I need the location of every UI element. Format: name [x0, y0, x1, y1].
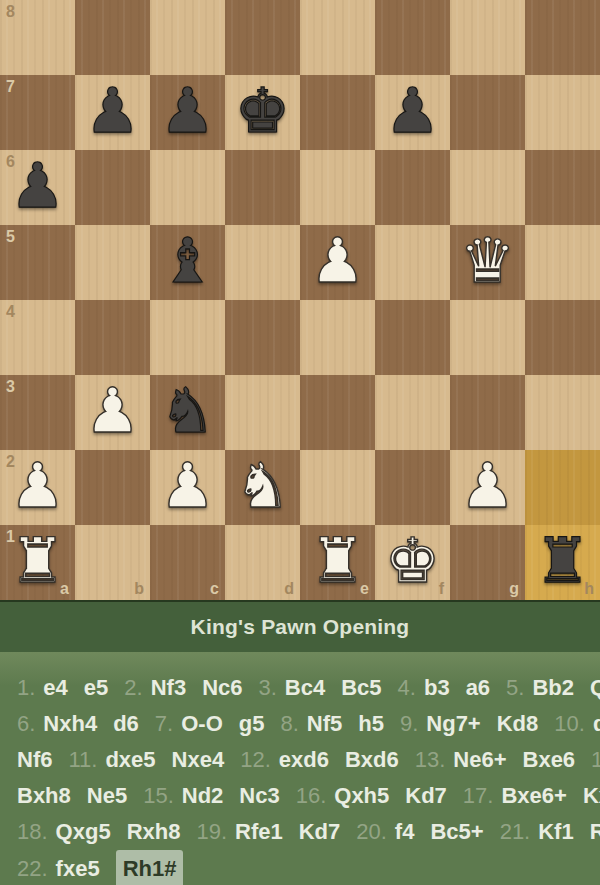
move-number: 16.: [296, 778, 327, 814]
move[interactable]: b3: [424, 670, 450, 706]
square-a3[interactable]: 3: [0, 375, 75, 450]
black-king-d7[interactable]: ♚: [225, 73, 300, 148]
move[interactable]: Ng7+: [426, 706, 480, 742]
square-c4[interactable]: [150, 300, 225, 375]
square-c8[interactable]: [150, 0, 225, 75]
move[interactable]: Nf3: [151, 670, 186, 706]
move[interactable]: g5: [239, 706, 265, 742]
move[interactable]: exd6: [279, 742, 329, 778]
square-a1[interactable]: 1a♜: [0, 525, 75, 600]
rank-label-3: 3: [6, 379, 15, 395]
square-e8[interactable]: [300, 0, 375, 75]
square-b3[interactable]: ♟: [75, 375, 150, 450]
square-d8[interactable]: [225, 0, 300, 75]
white-queen-g5[interactable]: ♛: [450, 223, 525, 298]
move-number: 15.: [143, 778, 174, 814]
white-king-f1[interactable]: ♚: [375, 523, 450, 598]
square-d4[interactable]: [225, 300, 300, 375]
square-a6[interactable]: 6♟: [0, 150, 75, 225]
move[interactable]: e5: [84, 670, 108, 706]
opening-name-bar: King's Pawn Opening: [0, 600, 600, 652]
move[interactable]: Bxe6+: [501, 778, 566, 814]
square-d6[interactable]: [225, 150, 300, 225]
move-line: 1.e4e52.Nf3Nc63.Bc4Bc54.b3a65.Bb2Qh4: [17, 670, 584, 706]
move-number: 1.: [17, 670, 35, 706]
move[interactable]: Rfe1: [235, 814, 283, 850]
rank-label-5: 5: [6, 229, 15, 245]
move-number: 17.: [463, 778, 494, 814]
square-f4[interactable]: [375, 300, 450, 375]
square-a2[interactable]: 2♟: [0, 450, 75, 525]
move[interactable]: Bb2: [532, 670, 574, 706]
file-label-c: c: [210, 581, 219, 597]
white-rook-e1[interactable]: ♜: [300, 523, 375, 598]
move[interactable]: e4: [43, 670, 67, 706]
move-number: 12.: [240, 742, 271, 778]
move[interactable]: Ne5: [87, 778, 127, 814]
move-line: Bxh8Ne515.Nd2Nc316.Qxh5Kd717.Bxe6+Kxe6: [17, 778, 584, 814]
square-b7[interactable]: ♟: [75, 75, 150, 150]
move[interactable]: O-O: [181, 706, 223, 742]
move[interactable]: Nxe4: [172, 742, 225, 778]
move-number: 6.: [17, 706, 35, 742]
move-current[interactable]: Rh1#: [116, 850, 184, 885]
move-number: 21.: [500, 814, 531, 850]
move[interactable]: f4: [395, 814, 415, 850]
move[interactable]: Nc3: [239, 778, 279, 814]
black-pawn-f7[interactable]: ♟: [375, 73, 450, 148]
move[interactable]: Nf6: [17, 742, 52, 778]
square-f3[interactable]: [375, 375, 450, 450]
square-e1[interactable]: e♜: [300, 525, 375, 600]
move[interactable]: dxe5: [105, 742, 155, 778]
square-f2[interactable]: [375, 450, 450, 525]
square-g8[interactable]: [450, 0, 525, 75]
square-b2[interactable]: [75, 450, 150, 525]
move[interactable]: Nc6: [202, 670, 242, 706]
move-number: 7.: [155, 706, 173, 742]
white-rook-a1[interactable]: ♜: [0, 523, 75, 598]
square-h6[interactable]: [525, 150, 600, 225]
move-line: Nf611.dxe5Nxe412.exd6Bxd613.Ne6+Bxe614.: [17, 742, 584, 778]
square-e2[interactable]: [300, 450, 375, 525]
white-pawn-g2[interactable]: ♟: [450, 448, 525, 523]
square-d1[interactable]: d: [225, 525, 300, 600]
square-f1[interactable]: f♚: [375, 525, 450, 600]
file-label-b: b: [134, 581, 144, 597]
white-pawn-c2[interactable]: ♟: [150, 448, 225, 523]
move[interactable]: Rxh2: [590, 814, 600, 850]
square-d3[interactable]: [225, 375, 300, 450]
square-f5[interactable]: [375, 225, 450, 300]
square-h4[interactable]: [525, 300, 600, 375]
move-line: 18.Qxg5Rxh819.Rfe1Kd720.f4Bc5+21.Kf1Rxh2: [17, 814, 584, 850]
black-pawn-a6[interactable]: ♟: [0, 148, 75, 223]
square-e4[interactable]: [300, 300, 375, 375]
move-number: 5.: [506, 670, 524, 706]
square-a8[interactable]: 8: [0, 0, 75, 75]
move-number: 19.: [196, 814, 227, 850]
file-label-d: d: [284, 581, 294, 597]
move[interactable]: Ne6+: [453, 742, 506, 778]
black-rook-h1[interactable]: ♜: [525, 523, 600, 598]
square-g7[interactable]: [450, 75, 525, 150]
move[interactable]: d4: [593, 706, 600, 742]
square-g2[interactable]: ♟: [450, 450, 525, 525]
square-g6[interactable]: [450, 150, 525, 225]
white-pawn-a2[interactable]: ♟: [0, 448, 75, 523]
chess-board: 87♟♟♚♟6♟5♝♟♛43♟♞2♟♟♞♟1a♜bcde♜f♚gh♜: [0, 0, 600, 600]
move-number: 10.: [554, 706, 585, 742]
square-c2[interactable]: ♟: [150, 450, 225, 525]
square-h2[interactable]: [525, 450, 600, 525]
rank-label-8: 8: [6, 4, 15, 20]
move[interactable]: Qh4: [590, 670, 600, 706]
white-knight-d2[interactable]: ♞: [225, 448, 300, 523]
square-c1[interactable]: c: [150, 525, 225, 600]
square-c6[interactable]: [150, 150, 225, 225]
move[interactable]: Qxg5: [56, 814, 111, 850]
move-number: 11.: [68, 742, 97, 778]
move[interactable]: Rxh8: [127, 814, 181, 850]
move-number: 3.: [259, 670, 277, 706]
square-h3[interactable]: [525, 375, 600, 450]
move[interactable]: Bc5+: [430, 814, 483, 850]
rank-label-7: 7: [6, 79, 15, 95]
move[interactable]: Kd7: [405, 778, 447, 814]
square-b4[interactable]: [75, 300, 150, 375]
move[interactable]: Nxh4: [43, 706, 97, 742]
square-h5[interactable]: [525, 225, 600, 300]
move[interactable]: h5: [358, 706, 384, 742]
square-f7[interactable]: ♟: [375, 75, 450, 150]
square-b5[interactable]: [75, 225, 150, 300]
move[interactable]: Kd8: [497, 706, 539, 742]
move[interactable]: Bxh8: [17, 778, 71, 814]
move[interactable]: a6: [466, 670, 490, 706]
move-list: 1.e4e52.Nf3Nc63.Bc4Bc54.b3a65.Bb2Qh46.Nx…: [0, 652, 600, 883]
move[interactable]: Bc4: [285, 670, 325, 706]
square-h8[interactable]: [525, 0, 600, 75]
square-g4[interactable]: [450, 300, 525, 375]
move-number: 2.: [124, 670, 142, 706]
move-number: 22.: [17, 851, 48, 885]
black-pawn-c7[interactable]: ♟: [150, 73, 225, 148]
move[interactable]: Nd2: [182, 778, 224, 814]
square-g1[interactable]: g: [450, 525, 525, 600]
square-h7[interactable]: [525, 75, 600, 150]
square-d7[interactable]: ♚: [225, 75, 300, 150]
square-e3[interactable]: [300, 375, 375, 450]
square-h1[interactable]: h♜: [525, 525, 600, 600]
square-f8[interactable]: [375, 0, 450, 75]
white-pawn-e5[interactable]: ♟: [300, 223, 375, 298]
square-c7[interactable]: ♟: [150, 75, 225, 150]
square-c3[interactable]: ♞: [150, 375, 225, 450]
file-label-g: g: [509, 581, 519, 597]
move-number: 13.: [415, 742, 446, 778]
square-b8[interactable]: [75, 0, 150, 75]
move[interactable]: Kf1: [538, 814, 573, 850]
square-b6[interactable]: [75, 150, 150, 225]
rank-label-4: 4: [6, 304, 15, 320]
square-a7[interactable]: 7: [0, 75, 75, 150]
move[interactable]: Kd7: [299, 814, 341, 850]
move-number: 9.: [400, 706, 418, 742]
black-knight-c3[interactable]: ♞: [150, 373, 225, 448]
move[interactable]: Qxh5: [334, 778, 389, 814]
move-number: 8.: [280, 706, 298, 742]
white-pawn-b3[interactable]: ♟: [75, 373, 150, 448]
move[interactable]: Bc5: [341, 670, 381, 706]
move-number: 18.: [17, 814, 48, 850]
move-line: 6.Nxh4d67.O-Og58.Nf5h59.Ng7+Kd810.d4: [17, 706, 584, 742]
square-d5[interactable]: [225, 225, 300, 300]
move[interactable]: Kxe6: [583, 778, 600, 814]
square-b1[interactable]: b: [75, 525, 150, 600]
square-e5[interactable]: ♟: [300, 225, 375, 300]
square-e6[interactable]: [300, 150, 375, 225]
move[interactable]: Nf5: [307, 706, 342, 742]
move[interactable]: d6: [113, 706, 139, 742]
square-g5[interactable]: ♛: [450, 225, 525, 300]
black-pawn-b7[interactable]: ♟: [75, 73, 150, 148]
square-f6[interactable]: [375, 150, 450, 225]
move-number: 4.: [398, 670, 416, 706]
move-line: 22.fxe5Rh1#: [17, 850, 584, 885]
square-c5[interactable]: ♝: [150, 225, 225, 300]
move[interactable]: fxe5: [56, 851, 100, 885]
square-a4[interactable]: 4: [0, 300, 75, 375]
move-number: 14.: [591, 742, 600, 778]
square-e7[interactable]: [300, 75, 375, 150]
square-d2[interactable]: ♞: [225, 450, 300, 525]
square-g3[interactable]: [450, 375, 525, 450]
square-a5[interactable]: 5: [0, 225, 75, 300]
move-number: 20.: [356, 814, 387, 850]
black-bishop-c5[interactable]: ♝: [150, 223, 225, 298]
move[interactable]: Bxd6: [345, 742, 399, 778]
opening-title: King's Pawn Opening: [191, 615, 410, 639]
move[interactable]: Bxe6: [523, 742, 576, 778]
